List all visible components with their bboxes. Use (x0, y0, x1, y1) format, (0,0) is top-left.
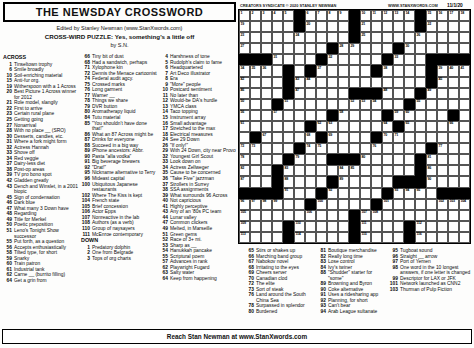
grid-cell[interactable]: 76 (371, 143, 382, 154)
grid-cell[interactable] (426, 188, 437, 199)
grid-cell[interactable] (371, 232, 382, 243)
grid-cell[interactable] (338, 77, 349, 88)
grid-cell[interactable]: 18 (459, 10, 470, 21)
grid-cell[interactable] (360, 143, 371, 154)
grid-cell[interactable] (448, 132, 459, 143)
grid-cell[interactable]: 40 (448, 65, 459, 76)
grid-cell[interactable] (426, 32, 437, 43)
grid-cell[interactable] (261, 32, 272, 43)
grid-cell[interactable]: 64 (382, 121, 393, 132)
grid-cell[interactable] (250, 176, 261, 187)
grid-cell[interactable] (448, 165, 459, 176)
grid-cell[interactable] (250, 110, 261, 121)
grid-cell[interactable] (327, 65, 338, 76)
grid-cell[interactable] (371, 110, 382, 121)
grid-cell[interactable] (305, 110, 316, 121)
grid-cell[interactable] (426, 121, 437, 132)
grid-cell[interactable] (382, 143, 393, 154)
grid-cell[interactable] (294, 165, 305, 176)
grid-cell[interactable]: 26 (415, 32, 426, 43)
grid-cell[interactable]: 68 (305, 132, 316, 143)
grid-cell[interactable] (437, 221, 448, 232)
grid-cell[interactable] (437, 99, 448, 110)
grid-cell[interactable]: 33 (393, 54, 404, 65)
grid-cell[interactable] (305, 54, 316, 65)
grid-cell[interactable] (448, 154, 459, 165)
grid-cell[interactable]: 105 (239, 210, 250, 221)
grid-cell[interactable] (349, 121, 360, 132)
grid-cell[interactable] (316, 176, 327, 187)
grid-cell[interactable] (426, 221, 437, 232)
grid-cell[interactable] (283, 21, 294, 32)
grid-cell[interactable] (349, 65, 360, 76)
grid-cell[interactable] (404, 165, 415, 176)
grid-cell[interactable]: 81 (426, 154, 437, 165)
grid-cell[interactable]: 42 (239, 77, 250, 88)
grid-cell[interactable]: 22 (426, 21, 437, 32)
grid-cell[interactable] (415, 54, 426, 65)
grid-cell[interactable]: 114 (294, 232, 305, 243)
grid-cell[interactable] (437, 132, 448, 143)
grid-cell[interactable] (272, 154, 283, 165)
grid-cell[interactable]: 23 (239, 32, 250, 43)
grid-cell[interactable]: 86 (426, 165, 437, 176)
grid-cell[interactable]: 43 (294, 77, 305, 88)
grid-cell[interactable] (294, 199, 305, 210)
grid-cell[interactable]: 74 (305, 143, 316, 154)
grid-cell[interactable] (448, 143, 459, 154)
grid-cell[interactable] (459, 132, 470, 143)
grid-cell[interactable] (294, 43, 305, 54)
grid-cell[interactable] (459, 176, 470, 187)
grid-cell[interactable] (393, 199, 404, 210)
grid-cell[interactable] (415, 132, 426, 143)
grid-cell[interactable] (371, 121, 382, 132)
grid-cell[interactable] (250, 32, 261, 43)
grid-cell[interactable] (371, 221, 382, 232)
grid-cell[interactable] (360, 121, 371, 132)
grid-cell[interactable]: 1 (239, 10, 250, 21)
grid-cell[interactable]: 110 (294, 221, 305, 232)
grid-cell[interactable]: 85 (349, 165, 360, 176)
grid-cell[interactable]: 92 (327, 188, 338, 199)
grid-cell[interactable] (327, 99, 338, 110)
grid-cell[interactable] (360, 77, 371, 88)
grid-cell[interactable]: 59 (393, 110, 404, 121)
grid-cell[interactable]: 30 (404, 43, 415, 54)
grid-cell[interactable] (316, 232, 327, 243)
grid-cell[interactable] (316, 154, 327, 165)
grid-cell[interactable] (261, 43, 272, 54)
grid-cell[interactable] (459, 32, 470, 43)
grid-cell[interactable] (316, 165, 327, 176)
grid-cell[interactable]: 73 (250, 143, 261, 154)
grid-cell[interactable] (305, 176, 316, 187)
grid-cell[interactable] (404, 65, 415, 76)
grid-cell[interactable]: 25 (360, 32, 371, 43)
grid-cell[interactable]: 58 (338, 110, 349, 121)
grid-cell[interactable] (327, 32, 338, 43)
grid-cell[interactable] (338, 221, 349, 232)
grid-cell[interactable] (283, 43, 294, 54)
grid-cell[interactable]: 87 (239, 176, 250, 187)
grid-cell[interactable]: 48 (382, 88, 393, 99)
grid-cell[interactable] (448, 43, 459, 54)
grid-cell[interactable] (371, 21, 382, 32)
grid-cell[interactable] (437, 32, 448, 43)
grid-cell[interactable] (393, 221, 404, 232)
grid-cell[interactable]: 21 (360, 21, 371, 32)
grid-cell[interactable] (272, 21, 283, 32)
grid-cell[interactable]: 29 (349, 43, 360, 54)
grid-cell[interactable] (338, 188, 349, 199)
grid-cell[interactable]: 60 (404, 110, 415, 121)
grid-cell[interactable]: 37 (316, 65, 327, 76)
grid-cell[interactable]: 3 (261, 10, 272, 21)
grid-cell[interactable] (305, 32, 316, 43)
grid-cell[interactable] (250, 88, 261, 99)
grid-cell[interactable]: 108 (371, 210, 382, 221)
grid-cell[interactable]: 100 (316, 199, 327, 210)
grid-cell[interactable] (338, 65, 349, 76)
grid-cell[interactable]: 116 (415, 232, 426, 243)
grid-cell[interactable]: 20 (305, 21, 316, 32)
grid-cell[interactable] (415, 121, 426, 132)
grid-cell[interactable]: 107 (360, 210, 371, 221)
grid-cell[interactable]: 38 (382, 65, 393, 76)
grid-cell[interactable] (272, 77, 283, 88)
grid-cell[interactable]: 102 (437, 199, 448, 210)
grid-cell[interactable] (250, 121, 261, 132)
grid-cell[interactable] (371, 43, 382, 54)
grid-cell[interactable]: 12 (382, 10, 393, 21)
grid-cell[interactable] (338, 88, 349, 99)
grid-cell[interactable]: 95 (415, 188, 426, 199)
grid-cell[interactable] (415, 210, 426, 221)
grid-cell[interactable] (360, 199, 371, 210)
grid-cell[interactable] (338, 121, 349, 132)
grid-cell[interactable]: 7 (316, 10, 327, 21)
grid-cell[interactable] (459, 210, 470, 221)
grid-cell[interactable] (360, 165, 371, 176)
grid-cell[interactable] (437, 110, 448, 121)
grid-cell[interactable] (382, 154, 393, 165)
grid-cell[interactable] (316, 21, 327, 32)
grid-cell[interactable]: 78 (239, 154, 250, 165)
grid-cell[interactable] (382, 232, 393, 243)
grid-cell[interactable]: 24 (294, 32, 305, 43)
grid-cell[interactable]: 112 (415, 221, 426, 232)
grid-cell[interactable] (250, 77, 261, 88)
grid-cell[interactable] (459, 143, 470, 154)
grid-cell[interactable] (261, 143, 272, 154)
grid-cell[interactable] (316, 88, 327, 99)
grid-cell[interactable] (272, 65, 283, 76)
grid-cell[interactable] (316, 221, 327, 232)
grid-cell[interactable]: 13 (393, 10, 404, 21)
grid-cell[interactable]: 28 (338, 43, 349, 54)
grid-cell[interactable] (305, 188, 316, 199)
grid-cell[interactable]: 63 (327, 121, 338, 132)
grid-cell[interactable]: 9 (338, 10, 349, 21)
grid-cell[interactable]: 94 (404, 188, 415, 199)
grid-cell[interactable]: 50 (239, 99, 250, 110)
grid-cell[interactable] (382, 99, 393, 110)
grid-cell[interactable] (316, 110, 327, 121)
grid-cell[interactable]: 16 (437, 10, 448, 21)
grid-cell[interactable]: 72 (239, 143, 250, 154)
grid-cell[interactable]: 15 (426, 10, 437, 21)
grid-cell[interactable] (349, 188, 360, 199)
grid-cell[interactable] (272, 143, 283, 154)
grid-cell[interactable]: 54 (371, 99, 382, 110)
grid-cell[interactable] (349, 143, 360, 154)
grid-cell[interactable] (316, 43, 327, 54)
grid-cell[interactable] (459, 77, 470, 88)
grid-cell[interactable] (316, 210, 327, 221)
grid-cell[interactable] (448, 176, 459, 187)
grid-cell[interactable] (283, 210, 294, 221)
grid-cell[interactable]: 44 (305, 77, 316, 88)
grid-cell[interactable] (272, 210, 283, 221)
grid-cell[interactable] (448, 21, 459, 32)
grid-cell[interactable] (371, 77, 382, 88)
grid-cell[interactable] (327, 210, 338, 221)
grid-cell[interactable] (283, 121, 294, 132)
grid-cell[interactable]: 11 (371, 10, 382, 21)
grid-cell[interactable]: 83 (283, 165, 294, 176)
grid-cell[interactable] (261, 221, 272, 232)
grid-cell[interactable] (283, 143, 294, 154)
grid-cell[interactable] (261, 154, 272, 165)
grid-cell[interactable] (393, 21, 404, 32)
grid-cell[interactable]: 98 (261, 199, 272, 210)
grid-cell[interactable] (327, 21, 338, 32)
grid-cell[interactable] (371, 32, 382, 43)
grid-cell[interactable]: 104 (459, 199, 470, 210)
grid-cell[interactable] (382, 221, 393, 232)
grid-cell[interactable] (283, 32, 294, 43)
grid-cell[interactable] (272, 121, 283, 132)
grid-cell[interactable] (437, 210, 448, 221)
grid-cell[interactable] (338, 132, 349, 143)
grid-cell[interactable] (393, 143, 404, 154)
grid-cell[interactable] (327, 165, 338, 176)
grid-cell[interactable]: 61 (239, 121, 250, 132)
grid-cell[interactable]: 49 (426, 88, 437, 99)
grid-cell[interactable] (305, 154, 316, 165)
grid-cell[interactable] (437, 21, 448, 32)
grid-cell[interactable] (404, 88, 415, 99)
grid-cell[interactable]: 101 (382, 199, 393, 210)
grid-cell[interactable]: 77 (437, 143, 448, 154)
grid-cell[interactable] (437, 176, 448, 187)
grid-cell[interactable]: 75 (316, 143, 327, 154)
grid-cell[interactable] (415, 143, 426, 154)
grid-cell[interactable]: 57 (272, 110, 283, 121)
grid-cell[interactable]: 32 (327, 54, 338, 65)
grid-cell[interactable] (437, 165, 448, 176)
grid-cell[interactable] (360, 188, 371, 199)
grid-cell[interactable] (239, 132, 250, 143)
grid-cell[interactable] (404, 54, 415, 65)
grid-cell[interactable]: 93 (393, 188, 404, 199)
grid-cell[interactable]: 99 (272, 199, 283, 210)
grid-cell[interactable] (305, 88, 316, 99)
grid-cell[interactable] (437, 154, 448, 165)
grid-cell[interactable] (415, 110, 426, 121)
grid-cell[interactable] (448, 99, 459, 110)
grid-cell[interactable] (261, 110, 272, 121)
grid-cell[interactable]: 90 (426, 176, 437, 187)
grid-cell[interactable] (305, 221, 316, 232)
grid-cell[interactable] (404, 77, 415, 88)
grid-cell[interactable] (426, 232, 437, 243)
grid-cell[interactable] (316, 99, 327, 110)
grid-cell[interactable] (382, 77, 393, 88)
grid-cell[interactable]: 56 (239, 110, 250, 121)
grid-cell[interactable] (261, 232, 272, 243)
grid-cell[interactable] (459, 232, 470, 243)
grid-cell[interactable]: 55 (415, 99, 426, 110)
grid-cell[interactable] (283, 132, 294, 143)
grid-cell[interactable]: 80 (360, 154, 371, 165)
grid-cell[interactable] (349, 132, 360, 143)
grid-cell[interactable] (415, 77, 426, 88)
grid-cell[interactable] (437, 88, 448, 99)
grid-cell[interactable] (393, 165, 404, 176)
grid-cell[interactable] (404, 132, 415, 143)
grid-cell[interactable] (360, 43, 371, 54)
grid-cell[interactable] (272, 221, 283, 232)
grid-cell[interactable] (426, 43, 437, 54)
grid-cell[interactable] (360, 110, 371, 121)
grid-cell[interactable] (426, 132, 437, 143)
grid-cell[interactable]: 47 (294, 88, 305, 99)
grid-cell[interactable]: 89 (338, 176, 349, 187)
grid-cell[interactable]: 36 (261, 65, 272, 76)
grid-cell[interactable]: 41 (459, 65, 470, 76)
grid-cell[interactable] (305, 165, 316, 176)
grid-cell[interactable] (393, 88, 404, 99)
grid-cell[interactable] (448, 32, 459, 43)
grid-cell[interactable] (327, 199, 338, 210)
grid-cell[interactable] (437, 232, 448, 243)
grid-cell[interactable] (338, 54, 349, 65)
grid-cell[interactable] (250, 221, 261, 232)
grid-cell[interactable] (459, 154, 470, 165)
grid-cell[interactable] (261, 121, 272, 132)
grid-cell[interactable]: 6 (305, 10, 316, 21)
grid-cell[interactable]: 65 (404, 121, 415, 132)
grid-cell[interactable] (404, 154, 415, 165)
grid-cell[interactable] (294, 176, 305, 187)
grid-cell[interactable] (404, 32, 415, 43)
grid-cell[interactable]: 91 (283, 188, 294, 199)
grid-cell[interactable] (404, 210, 415, 221)
grid-cell[interactable] (272, 32, 283, 43)
grid-cell[interactable] (294, 99, 305, 110)
grid-cell[interactable] (338, 143, 349, 154)
grid-cell[interactable] (250, 43, 261, 54)
grid-cell[interactable] (360, 176, 371, 187)
grid-cell[interactable] (448, 221, 459, 232)
grid-cell[interactable]: 35 (250, 65, 261, 76)
grid-cell[interactable]: 67 (261, 132, 272, 143)
grid-cell[interactable] (382, 176, 393, 187)
crossword-grid[interactable]: 1234567891011121314151617181920212223242… (238, 9, 471, 244)
grid-cell[interactable] (382, 165, 393, 176)
grid-cell[interactable]: 5 (283, 10, 294, 21)
grid-cell[interactable] (261, 176, 272, 187)
grid-cell[interactable] (349, 110, 360, 121)
grid-cell[interactable] (305, 232, 316, 243)
grid-cell[interactable] (338, 210, 349, 221)
grid-cell[interactable]: 17 (448, 10, 459, 21)
grid-cell[interactable] (448, 77, 459, 88)
grid-cell[interactable] (316, 32, 327, 43)
grid-cell[interactable] (272, 232, 283, 243)
grid-cell[interactable] (294, 110, 305, 121)
grid-cell[interactable] (349, 54, 360, 65)
grid-cell[interactable] (415, 43, 426, 54)
grid-cell[interactable] (261, 165, 272, 176)
grid-cell[interactable] (393, 32, 404, 43)
grid-cell[interactable] (404, 199, 415, 210)
grid-cell[interactable] (261, 99, 272, 110)
grid-cell[interactable]: 82 (239, 165, 250, 176)
grid-cell[interactable]: 19 (239, 21, 250, 32)
grid-cell[interactable] (261, 77, 272, 88)
grid-cell[interactable]: 10 (360, 10, 371, 21)
grid-cell[interactable] (371, 176, 382, 187)
grid-cell[interactable]: 4 (272, 10, 283, 21)
grid-cell[interactable]: 34 (239, 65, 250, 76)
grid-cell[interactable] (294, 65, 305, 76)
grid-cell[interactable]: 96 (239, 199, 250, 210)
grid-cell[interactable] (250, 210, 261, 221)
grid-cell[interactable] (283, 54, 294, 65)
grid-cell[interactable] (360, 65, 371, 76)
grid-cell[interactable] (327, 143, 338, 154)
grid-cell[interactable]: 66 (448, 121, 459, 132)
grid-cell[interactable] (426, 99, 437, 110)
grid-cell[interactable]: 27 (239, 43, 250, 54)
grid-cell[interactable] (459, 99, 470, 110)
grid-cell[interactable] (338, 199, 349, 210)
grid-cell[interactable] (393, 154, 404, 165)
grid-cell[interactable] (327, 221, 338, 232)
grid-cell[interactable] (338, 32, 349, 43)
grid-cell[interactable] (250, 154, 261, 165)
grid-cell[interactable] (294, 188, 305, 199)
grid-cell[interactable] (349, 199, 360, 210)
grid-cell[interactable] (404, 21, 415, 32)
grid-cell[interactable] (382, 43, 393, 54)
grid-cell[interactable] (250, 21, 261, 32)
grid-cell[interactable] (294, 54, 305, 65)
grid-cell[interactable] (294, 121, 305, 132)
grid-cell[interactable] (272, 132, 283, 143)
grid-cell[interactable] (415, 199, 426, 210)
grid-cell[interactable] (382, 32, 393, 43)
grid-cell[interactable]: 113 (239, 232, 250, 243)
grid-cell[interactable] (426, 210, 437, 221)
grid-cell[interactable] (283, 199, 294, 210)
grid-cell[interactable] (437, 43, 448, 54)
grid-cell[interactable] (459, 165, 470, 176)
grid-cell[interactable] (426, 110, 437, 121)
